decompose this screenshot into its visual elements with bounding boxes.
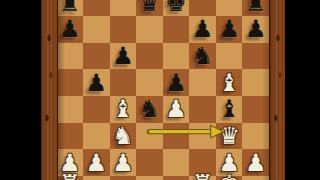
square-b8 bbox=[83, 0, 110, 16]
black-knight-d4: ♞ bbox=[139, 97, 161, 121]
white-knight-c3: ♞ bbox=[112, 124, 134, 148]
square-h5 bbox=[242, 69, 269, 96]
square-c4: ♝ bbox=[110, 96, 137, 123]
black-queen-d8: ♛ bbox=[139, 0, 161, 15]
square-d1 bbox=[136, 176, 163, 180]
square-g1: ♚ bbox=[216, 176, 243, 180]
square-f4 bbox=[189, 96, 216, 123]
square-b5: ♟ bbox=[83, 69, 110, 96]
square-e8: ♚ bbox=[163, 0, 190, 16]
square-g4: ♝ bbox=[216, 96, 243, 123]
square-d2 bbox=[136, 149, 163, 176]
square-f8 bbox=[189, 0, 216, 16]
square-f5 bbox=[189, 69, 216, 96]
square-a5 bbox=[57, 69, 84, 96]
square-h6 bbox=[242, 43, 269, 70]
black-pawn-g7: ♟ bbox=[218, 17, 240, 41]
letterbox-right bbox=[285, 0, 320, 180]
square-c2: ♟ bbox=[110, 149, 137, 176]
square-f6: ♞ bbox=[189, 43, 216, 70]
black-rook-a8: ♜ bbox=[59, 0, 81, 15]
square-e3 bbox=[163, 123, 190, 150]
square-c5 bbox=[110, 69, 137, 96]
white-bishop-c4: ♝ bbox=[112, 97, 134, 121]
square-a3 bbox=[57, 123, 84, 150]
white-queen-g3: ♛ bbox=[218, 124, 240, 148]
square-e5: ♟ bbox=[163, 69, 190, 96]
square-h4 bbox=[242, 96, 269, 123]
white-pawn-e4: ♟ bbox=[165, 97, 187, 121]
square-e7 bbox=[163, 16, 190, 43]
square-c1 bbox=[110, 176, 137, 180]
square-b3 bbox=[83, 123, 110, 150]
square-f3 bbox=[189, 123, 216, 150]
black-knight-f6: ♞ bbox=[192, 44, 214, 68]
black-rook-h8: ♜ bbox=[245, 0, 267, 15]
black-pawn-h7: ♟ bbox=[245, 17, 267, 41]
square-c6: ♟ bbox=[110, 43, 137, 70]
white-rook-f1: ♜ bbox=[192, 172, 214, 180]
square-a6 bbox=[57, 43, 84, 70]
square-d6 bbox=[136, 43, 163, 70]
black-pawn-e5: ♟ bbox=[165, 71, 187, 95]
square-h7: ♟ bbox=[242, 16, 269, 43]
chess-board: ♜♛♚♜♟♟♟♟♟♞♟♟♝♝♞♟♝♞♛♟♟♟♟♟♜♜♚ bbox=[57, 0, 270, 180]
board-frame-right bbox=[269, 0, 286, 180]
square-g8 bbox=[216, 0, 243, 16]
square-g6 bbox=[216, 43, 243, 70]
square-c7 bbox=[110, 16, 137, 43]
black-pawn-c6: ♟ bbox=[112, 44, 134, 68]
square-a1: ♜ bbox=[57, 176, 84, 180]
square-b1 bbox=[83, 176, 110, 180]
white-rook-a1: ♜ bbox=[59, 172, 81, 180]
square-g5: ♝ bbox=[216, 69, 243, 96]
square-d4: ♞ bbox=[136, 96, 163, 123]
square-g3: ♛ bbox=[216, 123, 243, 150]
black-bishop-g4: ♝ bbox=[218, 97, 240, 121]
white-pawn-b2: ♟ bbox=[86, 151, 108, 175]
square-d3 bbox=[136, 123, 163, 150]
letterbox-left bbox=[0, 0, 41, 180]
square-e2 bbox=[163, 149, 190, 176]
square-h8: ♜ bbox=[242, 0, 269, 16]
square-b7 bbox=[83, 16, 110, 43]
square-g7: ♟ bbox=[216, 16, 243, 43]
white-pawn-h2: ♟ bbox=[245, 151, 267, 175]
square-e1 bbox=[163, 176, 190, 180]
white-pawn-c2: ♟ bbox=[112, 151, 134, 175]
video-frame: ♜♛♚♜♟♟♟♟♟♞♟♟♝♝♞♟♝♞♛♟♟♟♟♟♜♜♚ bbox=[0, 0, 320, 180]
board-frame-left bbox=[41, 0, 58, 180]
square-b6 bbox=[83, 43, 110, 70]
square-d7 bbox=[136, 16, 163, 43]
square-e4: ♟ bbox=[163, 96, 190, 123]
white-king-g1: ♚ bbox=[218, 172, 240, 180]
white-bishop-g5: ♝ bbox=[218, 71, 240, 95]
square-d8: ♛ bbox=[136, 0, 163, 16]
square-c3: ♞ bbox=[110, 123, 137, 150]
square-h2: ♟ bbox=[242, 149, 269, 176]
square-a8: ♜ bbox=[57, 0, 84, 16]
black-pawn-f7: ♟ bbox=[192, 17, 214, 41]
square-h1 bbox=[242, 176, 269, 180]
black-pawn-a7: ♟ bbox=[59, 17, 81, 41]
square-a4 bbox=[57, 96, 84, 123]
square-c8 bbox=[110, 0, 137, 16]
square-e6 bbox=[163, 43, 190, 70]
square-d5 bbox=[136, 69, 163, 96]
black-king-e8: ♚ bbox=[165, 0, 187, 15]
square-b4 bbox=[83, 96, 110, 123]
square-b2: ♟ bbox=[83, 149, 110, 176]
square-f1: ♜ bbox=[189, 176, 216, 180]
black-pawn-b5: ♟ bbox=[86, 71, 108, 95]
square-f7: ♟ bbox=[189, 16, 216, 43]
square-h3 bbox=[242, 123, 269, 150]
square-a7: ♟ bbox=[57, 16, 84, 43]
